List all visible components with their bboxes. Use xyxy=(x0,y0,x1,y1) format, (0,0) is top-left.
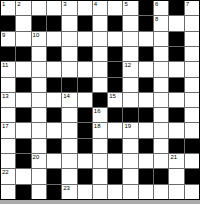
black-cell-r11c12 xyxy=(185,169,199,183)
clue-number-16: 16 xyxy=(94,108,101,115)
white-cell-r3c6[interactable] xyxy=(93,47,107,61)
black-cell-r3c11 xyxy=(169,47,183,61)
white-cell-r7c6[interactable]: 16 xyxy=(93,108,107,122)
white-cell-r11c1[interactable] xyxy=(16,169,30,183)
black-cell-r4c7 xyxy=(108,62,122,76)
page-bottom-strip xyxy=(0,200,200,204)
black-cell-r5c4 xyxy=(62,78,76,92)
clue-number-8: 8 xyxy=(155,16,158,23)
clue-number-22: 22 xyxy=(2,169,9,176)
black-cell-r11c10 xyxy=(154,169,168,183)
black-cell-r1c9 xyxy=(139,16,153,30)
white-cell-r6c4[interactable]: 14 xyxy=(62,93,76,107)
white-cell-r6c3[interactable] xyxy=(47,93,61,107)
white-cell-r2c5[interactable] xyxy=(78,32,92,46)
white-cell-r11c4[interactable] xyxy=(62,169,76,183)
white-cell-r2c3[interactable] xyxy=(47,32,61,46)
white-cell-r0c4[interactable]: 3 xyxy=(62,1,76,15)
white-cell-r2c10[interactable] xyxy=(154,32,168,46)
black-cell-r9c11 xyxy=(169,139,183,153)
white-cell-r8c8[interactable]: 19 xyxy=(123,123,137,137)
black-cell-r7c11 xyxy=(169,108,183,122)
white-cell-r0c7[interactable] xyxy=(108,1,122,15)
white-cell-r2c1[interactable] xyxy=(16,32,30,46)
white-cell-r3c2[interactable] xyxy=(32,47,46,61)
clue-number-4: 4 xyxy=(94,1,97,8)
white-cell-r10c6[interactable] xyxy=(93,154,107,168)
black-cell-r12c1 xyxy=(16,185,30,199)
white-cell-r0c2[interactable] xyxy=(32,1,46,15)
white-cell-r5c8[interactable] xyxy=(123,78,137,92)
white-cell-r4c8[interactable]: 12 xyxy=(123,62,137,76)
clue-number-23: 23 xyxy=(63,185,70,192)
white-cell-r7c4[interactable] xyxy=(62,108,76,122)
white-cell-r12c4[interactable]: 23 xyxy=(62,185,76,199)
white-cell-r6c12[interactable] xyxy=(185,93,199,107)
white-cell-r11c11[interactable] xyxy=(169,169,183,183)
white-cell-r11c6[interactable] xyxy=(93,169,107,183)
white-cell-r4c2[interactable] xyxy=(32,62,46,76)
clue-number-2: 2 xyxy=(17,1,20,8)
black-cell-r9c3 xyxy=(47,139,61,153)
black-cell-r11c7 xyxy=(108,169,122,183)
white-cell-r1c8[interactable] xyxy=(123,16,137,30)
white-cell-r5c6[interactable] xyxy=(93,78,107,92)
white-cell-r10c11[interactable]: 21 xyxy=(169,154,183,168)
black-cell-r7c7 xyxy=(108,108,122,122)
white-cell-r4c9[interactable] xyxy=(139,62,153,76)
white-cell-r12c10[interactable] xyxy=(154,185,168,199)
white-cell-r2c6[interactable] xyxy=(93,32,107,46)
white-cell-r10c7[interactable] xyxy=(108,154,122,168)
white-cell-r3c12[interactable] xyxy=(185,47,199,61)
white-cell-r6c2[interactable] xyxy=(32,93,46,107)
white-cell-r1c12[interactable] xyxy=(185,16,199,30)
clue-number-9: 9 xyxy=(2,32,5,39)
white-cell-r3c4[interactable] xyxy=(62,47,76,61)
white-cell-r5c10[interactable] xyxy=(154,78,168,92)
white-cell-r3c8[interactable] xyxy=(123,47,137,61)
black-cell-r1c0 xyxy=(1,16,15,30)
white-cell-r2c4[interactable] xyxy=(62,32,76,46)
crossword-board: 1234567891011121314151617181920212223 xyxy=(0,0,200,200)
white-cell-r12c7[interactable] xyxy=(108,185,122,199)
white-cell-r4c11[interactable] xyxy=(169,62,183,76)
white-cell-r8c9[interactable] xyxy=(139,123,153,137)
white-cell-r10c12[interactable] xyxy=(185,154,199,168)
white-cell-r10c9[interactable] xyxy=(139,154,153,168)
white-cell-r8c6[interactable]: 18 xyxy=(93,123,107,137)
black-cell-r9c1 xyxy=(16,139,30,153)
white-cell-r7c0[interactable] xyxy=(1,108,15,122)
white-cell-r10c0[interactable] xyxy=(1,154,15,168)
white-cell-r0c6[interactable]: 4 xyxy=(93,1,107,15)
white-cell-r5c12[interactable] xyxy=(185,78,199,92)
black-cell-r3c1 xyxy=(16,47,30,61)
white-cell-r2c7[interactable] xyxy=(108,32,122,46)
white-cell-r4c6[interactable] xyxy=(93,62,107,76)
white-cell-r10c5[interactable] xyxy=(78,154,92,168)
clue-number-5: 5 xyxy=(124,1,127,8)
black-cell-r7c5 xyxy=(78,108,92,122)
white-cell-r9c2[interactable] xyxy=(32,139,46,153)
white-cell-r6c5[interactable] xyxy=(78,93,92,107)
white-cell-r0c10[interactable]: 6 xyxy=(154,1,168,15)
white-cell-r6c7[interactable]: 15 xyxy=(108,93,122,107)
white-cell-r4c3[interactable] xyxy=(47,62,61,76)
white-cell-r4c4[interactable] xyxy=(62,62,76,76)
black-cell-r9c9 xyxy=(139,139,153,153)
white-cell-r8c1[interactable] xyxy=(16,123,30,137)
white-cell-r12c12[interactable] xyxy=(185,185,199,199)
black-cell-r1c3 xyxy=(47,16,61,30)
clue-number-18: 18 xyxy=(94,123,101,130)
black-cell-r3c9 xyxy=(139,47,153,61)
black-cell-r11c3 xyxy=(47,169,61,183)
black-cell-r2c11 xyxy=(169,32,183,46)
white-cell-r7c10[interactable] xyxy=(154,108,168,122)
white-cell-r1c4[interactable] xyxy=(62,16,76,30)
white-cell-r5c0[interactable] xyxy=(1,78,15,92)
black-cell-r10c1 xyxy=(16,154,30,168)
white-cell-r8c0[interactable]: 17 xyxy=(1,123,15,137)
white-cell-r11c0[interactable]: 22 xyxy=(1,169,15,183)
white-cell-r1c11[interactable] xyxy=(169,16,183,30)
black-cell-r3c7 xyxy=(108,47,122,61)
white-cell-r10c4[interactable] xyxy=(62,154,76,168)
clue-number-1: 1 xyxy=(2,1,5,8)
black-cell-r5c5 xyxy=(78,78,92,92)
black-cell-r3c3 xyxy=(47,47,61,61)
black-cell-r1c2 xyxy=(32,16,46,30)
clue-number-6: 6 xyxy=(155,1,158,8)
black-cell-r11c5 xyxy=(78,169,92,183)
white-cell-r12c11[interactable] xyxy=(169,185,183,199)
white-cell-r0c1[interactable]: 2 xyxy=(16,1,30,15)
white-cell-r12c8[interactable] xyxy=(123,185,137,199)
white-cell-r4c5[interactable] xyxy=(78,62,92,76)
black-cell-r9c7 xyxy=(108,139,122,153)
black-cell-r5c1 xyxy=(16,78,30,92)
white-cell-r9c10[interactable] xyxy=(154,139,168,153)
clue-number-13: 13 xyxy=(2,93,9,100)
black-cell-r5c11 xyxy=(169,78,183,92)
white-cell-r8c12[interactable] xyxy=(185,123,199,137)
white-cell-r4c1[interactable] xyxy=(16,62,30,76)
white-cell-r10c8[interactable] xyxy=(123,154,137,168)
white-cell-r6c1[interactable] xyxy=(16,93,30,107)
black-cell-r5c9 xyxy=(139,78,153,92)
white-cell-r12c5[interactable] xyxy=(78,185,92,199)
clue-number-11: 11 xyxy=(2,62,8,69)
clue-number-14: 14 xyxy=(63,93,70,100)
white-cell-r8c10[interactable] xyxy=(154,123,168,137)
white-cell-r2c0[interactable]: 9 xyxy=(1,32,15,46)
white-cell-r10c10[interactable] xyxy=(154,154,168,168)
white-cell-r12c0[interactable] xyxy=(1,185,15,199)
white-cell-r6c0[interactable]: 13 xyxy=(1,93,15,107)
black-cell-r9c12 xyxy=(185,139,199,153)
black-cell-r0c9 xyxy=(139,1,153,15)
black-cell-r7c3 xyxy=(47,108,61,122)
clue-number-12: 12 xyxy=(124,62,131,69)
white-cell-r8c2[interactable] xyxy=(32,123,46,137)
white-cell-r2c9[interactable] xyxy=(139,32,153,46)
white-cell-r11c8[interactable] xyxy=(123,169,137,183)
white-cell-r1c10[interactable]: 8 xyxy=(154,16,168,30)
white-cell-r2c8[interactable] xyxy=(123,32,137,46)
clue-number-17: 17 xyxy=(2,123,9,130)
black-cell-r7c1 xyxy=(16,108,30,122)
black-cell-r11c9 xyxy=(139,169,153,183)
white-cell-r8c7[interactable] xyxy=(108,123,122,137)
white-cell-r9c6[interactable] xyxy=(93,139,107,153)
black-cell-r1c5 xyxy=(78,16,92,30)
white-cell-r4c10[interactable] xyxy=(154,62,168,76)
white-cell-r4c0[interactable]: 11 xyxy=(1,62,15,76)
black-cell-r1c7 xyxy=(108,16,122,30)
white-cell-r2c2[interactable]: 10 xyxy=(32,32,46,46)
white-cell-r6c11[interactable] xyxy=(169,93,183,107)
clue-number-15: 15 xyxy=(109,93,116,100)
white-cell-r2c12[interactable] xyxy=(185,32,199,46)
black-cell-r12c3 xyxy=(47,185,61,199)
clue-number-7: 7 xyxy=(186,1,189,8)
white-cell-r8c3[interactable] xyxy=(47,123,61,137)
white-cell-r0c5[interactable] xyxy=(78,1,92,15)
black-cell-r5c3 xyxy=(47,78,61,92)
black-cell-r8c5 xyxy=(78,123,92,137)
white-cell-r6c8[interactable] xyxy=(123,93,137,107)
white-cell-r9c8[interactable] xyxy=(123,139,137,153)
black-cell-r9c5 xyxy=(78,139,92,153)
clue-number-3: 3 xyxy=(63,1,66,8)
white-cell-r12c9[interactable] xyxy=(139,185,153,199)
white-cell-r9c4[interactable] xyxy=(62,139,76,153)
white-cell-r8c4[interactable] xyxy=(62,123,76,137)
clue-number-10: 10 xyxy=(33,32,40,39)
white-cell-r6c9[interactable] xyxy=(139,93,153,107)
white-cell-r0c3[interactable] xyxy=(47,1,61,15)
white-cell-r9c0[interactable] xyxy=(1,139,15,153)
black-cell-r3c5 xyxy=(78,47,92,61)
white-cell-r10c2[interactable]: 20 xyxy=(32,154,46,168)
black-cell-r6c6 xyxy=(93,93,107,107)
white-cell-r0c12[interactable]: 7 xyxy=(185,1,199,15)
white-cell-r0c0[interactable]: 1 xyxy=(1,1,15,15)
white-cell-r7c2[interactable] xyxy=(32,108,46,122)
clue-number-19: 19 xyxy=(124,123,131,130)
black-cell-r7c9 xyxy=(139,108,153,122)
white-cell-r11c2[interactable] xyxy=(32,169,46,183)
white-cell-r12c6[interactable] xyxy=(93,185,107,199)
white-cell-r1c6[interactable] xyxy=(93,16,107,30)
clue-number-21: 21 xyxy=(170,154,177,161)
white-cell-r6c10[interactable] xyxy=(154,93,168,107)
white-cell-r10c3[interactable] xyxy=(47,154,61,168)
black-cell-r5c7 xyxy=(108,78,122,92)
white-cell-r1c1[interactable] xyxy=(16,16,30,30)
white-cell-r3c10[interactable] xyxy=(154,47,168,61)
white-cell-r7c12[interactable] xyxy=(185,108,199,122)
white-cell-r5c2[interactable] xyxy=(32,78,46,92)
clue-number-20: 20 xyxy=(33,154,40,161)
white-cell-r0c8[interactable]: 5 xyxy=(123,1,137,15)
black-cell-r3c0 xyxy=(1,47,15,61)
white-cell-r12c2[interactable] xyxy=(32,185,46,199)
black-cell-r0c11 xyxy=(169,1,183,15)
black-cell-r7c8 xyxy=(123,108,137,122)
white-cell-r8c11[interactable] xyxy=(169,123,183,137)
white-cell-r4c12[interactable] xyxy=(185,62,199,76)
